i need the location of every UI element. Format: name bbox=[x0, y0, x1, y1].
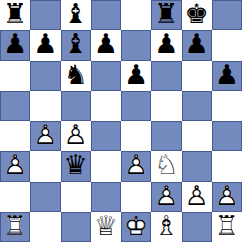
square-g6[interactable] bbox=[182, 61, 212, 91]
white-pawn-piece[interactable]: ♟♙ bbox=[151, 182, 181, 212]
square-f5[interactable] bbox=[151, 91, 181, 121]
square-a6[interactable] bbox=[0, 61, 30, 91]
square-e6[interactable]: ♟ bbox=[121, 61, 151, 91]
square-e5[interactable] bbox=[121, 91, 151, 121]
black-piece-glyph: ♟ bbox=[212, 61, 242, 88]
white-piece-outline: ♖ bbox=[0, 212, 30, 239]
black-piece-glyph: ♛ bbox=[61, 152, 91, 179]
square-e4[interactable] bbox=[121, 121, 151, 151]
square-b6[interactable] bbox=[30, 61, 60, 91]
white-piece-outline: ♗ bbox=[151, 212, 181, 239]
square-g2[interactable]: ♟♙ bbox=[182, 182, 212, 212]
black-rook-piece[interactable]: ♜ bbox=[0, 0, 30, 30]
black-pawn-piece[interactable]: ♟ bbox=[151, 30, 181, 60]
square-g5[interactable] bbox=[182, 91, 212, 121]
square-d7[interactable]: ♟ bbox=[91, 30, 121, 60]
square-b8[interactable] bbox=[30, 0, 60, 30]
square-b4[interactable]: ♟♙ bbox=[30, 121, 60, 151]
square-a4[interactable] bbox=[0, 121, 30, 151]
square-b5[interactable] bbox=[30, 91, 60, 121]
square-b2[interactable] bbox=[30, 182, 60, 212]
square-h8[interactable] bbox=[212, 0, 242, 30]
square-h1[interactable]: ♜♖ bbox=[212, 212, 242, 242]
black-piece-glyph: ♟ bbox=[91, 31, 121, 58]
square-e1[interactable]: ♚♔ bbox=[121, 212, 151, 242]
square-d2[interactable] bbox=[91, 182, 121, 212]
black-piece-glyph: ♟ bbox=[121, 61, 151, 88]
square-c1[interactable] bbox=[61, 212, 91, 242]
square-g4[interactable] bbox=[182, 121, 212, 151]
square-c5[interactable] bbox=[61, 91, 91, 121]
black-pawn-piece[interactable]: ♟ bbox=[0, 30, 30, 60]
square-d6[interactable] bbox=[91, 61, 121, 91]
square-f8[interactable]: ♜ bbox=[151, 0, 181, 30]
square-a2[interactable] bbox=[0, 182, 30, 212]
white-pawn-piece[interactable]: ♟♙ bbox=[182, 182, 212, 212]
square-b1[interactable] bbox=[30, 212, 60, 242]
square-f2[interactable]: ♟♙ bbox=[151, 182, 181, 212]
square-d5[interactable] bbox=[91, 91, 121, 121]
black-piece-glyph: ♜ bbox=[151, 1, 181, 28]
white-queen-piece[interactable]: ♛♕ bbox=[91, 212, 121, 242]
square-e8[interactable] bbox=[121, 0, 151, 30]
black-pawn-piece[interactable]: ♟ bbox=[121, 61, 151, 91]
black-rook-piece[interactable]: ♜ bbox=[151, 0, 181, 30]
square-h6[interactable]: ♟ bbox=[212, 61, 242, 91]
black-piece-glyph: ♝ bbox=[61, 31, 91, 58]
square-g8[interactable]: ♚ bbox=[182, 0, 212, 30]
square-a8[interactable]: ♜ bbox=[0, 0, 30, 30]
square-h5[interactable] bbox=[212, 91, 242, 121]
square-c7[interactable]: ♝ bbox=[61, 30, 91, 60]
square-a3[interactable]: ♟♙ bbox=[0, 151, 30, 181]
white-piece-outline: ♔ bbox=[121, 212, 151, 239]
white-piece-outline: ♙ bbox=[0, 152, 30, 179]
white-king-piece[interactable]: ♚♔ bbox=[121, 212, 151, 242]
white-rook-piece[interactable]: ♜♖ bbox=[212, 212, 242, 242]
square-a5[interactable] bbox=[0, 91, 30, 121]
square-g1[interactable] bbox=[182, 212, 212, 242]
square-h3[interactable] bbox=[212, 151, 242, 181]
white-pawn-piece[interactable]: ♟♙ bbox=[30, 121, 60, 151]
square-h4[interactable] bbox=[212, 121, 242, 151]
white-pawn-piece[interactable]: ♟♙ bbox=[61, 121, 91, 151]
black-pawn-piece[interactable]: ♟ bbox=[212, 61, 242, 91]
black-pawn-piece[interactable]: ♟ bbox=[91, 30, 121, 60]
square-d4[interactable] bbox=[91, 121, 121, 151]
black-piece-glyph: ♜ bbox=[0, 1, 30, 28]
square-f4[interactable] bbox=[151, 121, 181, 151]
square-f3[interactable]: ♞♘ bbox=[151, 151, 181, 181]
square-c6[interactable]: ♞ bbox=[61, 61, 91, 91]
square-c8[interactable]: ♝ bbox=[61, 0, 91, 30]
square-d8[interactable] bbox=[91, 0, 121, 30]
black-bishop-piece[interactable]: ♝ bbox=[61, 0, 91, 30]
black-piece-glyph: ♝ bbox=[61, 1, 91, 28]
square-d3[interactable] bbox=[91, 151, 121, 181]
white-pawn-piece[interactable]: ♟♙ bbox=[0, 151, 30, 181]
white-piece-outline: ♙ bbox=[151, 182, 181, 209]
square-e3[interactable]: ♟♙ bbox=[121, 151, 151, 181]
black-piece-glyph: ♞ bbox=[61, 61, 91, 88]
square-c3[interactable]: ♛ bbox=[61, 151, 91, 181]
square-e7[interactable] bbox=[121, 30, 151, 60]
white-rook-piece[interactable]: ♜♖ bbox=[0, 212, 30, 242]
square-d1[interactable]: ♛♕ bbox=[91, 212, 121, 242]
white-piece-outline: ♙ bbox=[212, 182, 242, 209]
square-e2[interactable] bbox=[121, 182, 151, 212]
square-f7[interactable]: ♟ bbox=[151, 30, 181, 60]
white-piece-outline: ♙ bbox=[182, 182, 212, 209]
square-g3[interactable] bbox=[182, 151, 212, 181]
square-c4[interactable]: ♟♙ bbox=[61, 121, 91, 151]
white-piece-outline: ♙ bbox=[61, 122, 91, 149]
black-pawn-piece[interactable]: ♟ bbox=[182, 30, 212, 60]
square-f6[interactable] bbox=[151, 61, 181, 91]
black-queen-piece[interactable]: ♛ bbox=[61, 151, 91, 181]
white-pawn-piece[interactable]: ♟♙ bbox=[212, 182, 242, 212]
white-piece-outline: ♖ bbox=[212, 212, 242, 239]
square-c2[interactable] bbox=[61, 182, 91, 212]
chess-board: ♜♝♜♚♟♟♝♟♟♟♞♟♟♟♙♟♙♟♙♛♟♙♞♘♟♙♟♙♟♙♜♖♛♕♚♔♝♗♜♖ bbox=[0, 0, 242, 242]
white-knight-piece[interactable]: ♞♘ bbox=[151, 151, 181, 181]
black-piece-glyph: ♟ bbox=[0, 31, 30, 58]
black-pawn-piece[interactable]: ♟ bbox=[30, 30, 60, 60]
black-king-piece[interactable]: ♚ bbox=[182, 0, 212, 30]
black-knight-piece[interactable]: ♞ bbox=[61, 61, 91, 91]
square-b7[interactable]: ♟ bbox=[30, 30, 60, 60]
black-piece-glyph: ♚ bbox=[182, 1, 212, 28]
square-b3[interactable] bbox=[30, 151, 60, 181]
square-a1[interactable]: ♜♖ bbox=[0, 212, 30, 242]
white-pawn-piece[interactable]: ♟♙ bbox=[121, 151, 151, 181]
black-bishop-piece[interactable]: ♝ bbox=[61, 30, 91, 60]
black-piece-glyph: ♟ bbox=[30, 31, 60, 58]
black-piece-glyph: ♟ bbox=[151, 31, 181, 58]
square-a7[interactable]: ♟ bbox=[0, 30, 30, 60]
black-piece-glyph: ♟ bbox=[182, 31, 212, 58]
square-h7[interactable] bbox=[212, 30, 242, 60]
white-bishop-piece[interactable]: ♝♗ bbox=[151, 212, 181, 242]
square-h2[interactable]: ♟♙ bbox=[212, 182, 242, 212]
white-piece-outline: ♙ bbox=[30, 122, 60, 149]
white-piece-outline: ♙ bbox=[121, 152, 151, 179]
white-piece-outline: ♕ bbox=[91, 212, 121, 239]
square-f1[interactable]: ♝♗ bbox=[151, 212, 181, 242]
white-piece-outline: ♘ bbox=[151, 152, 181, 179]
square-g7[interactable]: ♟ bbox=[182, 30, 212, 60]
